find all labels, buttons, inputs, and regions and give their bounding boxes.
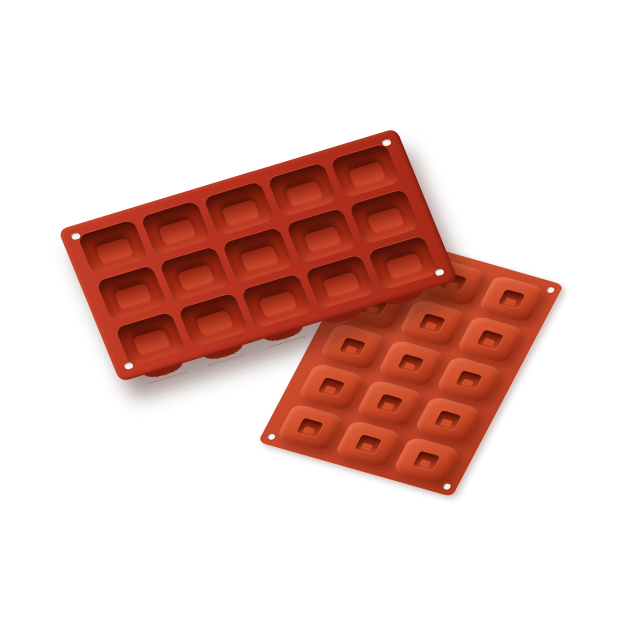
cavity-cell (241, 273, 312, 328)
bump-indent (354, 434, 382, 454)
cavity-center-square (196, 310, 234, 336)
bump-indent (339, 337, 367, 357)
indent-floor (440, 419, 453, 428)
cavity-cell (349, 189, 420, 244)
cavity-cell (77, 219, 148, 274)
corner-hole (546, 286, 556, 294)
indent-floor (382, 402, 395, 411)
cavity-center-square (95, 237, 133, 263)
bump-indent (477, 330, 505, 350)
cavity-center-square (322, 272, 360, 298)
cavity-cell (330, 143, 401, 198)
indent-floor (461, 378, 474, 387)
bump-indent (397, 353, 425, 373)
cavity-center-square (240, 245, 278, 271)
bump-cell (297, 362, 366, 412)
product-photo (0, 0, 640, 640)
indent-floor (483, 338, 496, 347)
cavity-cell (367, 235, 438, 290)
cavity-center-square (158, 218, 196, 244)
bump-indent (498, 289, 526, 309)
cavity-cell (115, 311, 186, 366)
indent-floor (403, 362, 416, 371)
cavity-center-square (133, 329, 171, 355)
bump-indent (296, 418, 324, 438)
indent-floor (324, 386, 337, 395)
bump-cell (334, 419, 403, 469)
indent-floor (419, 459, 432, 468)
indent-floor (424, 321, 437, 330)
bump-cell (376, 339, 445, 389)
bump-cell (276, 403, 345, 453)
cavity-center-square (348, 161, 386, 187)
bump-indent (418, 313, 446, 333)
indent-floor (504, 297, 517, 306)
cavity-center-square (259, 291, 297, 317)
corner-hole (266, 433, 276, 441)
bump-indent (318, 377, 346, 397)
bump-indent (455, 370, 483, 390)
cavity-center-square (285, 180, 323, 206)
cavity-cell (304, 254, 375, 309)
cavity-center-square (177, 264, 215, 290)
indent-floor (360, 443, 373, 452)
bump-cell (435, 355, 504, 405)
cavity-center-square (114, 283, 152, 309)
cavity-cell (285, 208, 356, 263)
bump-cell (477, 274, 546, 324)
cavity-cell (178, 292, 249, 347)
bump-cell (456, 315, 525, 365)
bump-cell (392, 436, 461, 486)
cavity-cell (267, 162, 338, 217)
bump-indent (376, 394, 404, 414)
indent-floor (302, 426, 315, 435)
corner-hole (442, 483, 452, 491)
cavity-cell (140, 200, 211, 255)
cavity-cell (159, 246, 230, 301)
cavity-center-square (385, 253, 423, 279)
cavity-center-square (366, 207, 404, 233)
cavity-center-square (222, 199, 260, 225)
cavity-cell (96, 265, 167, 320)
bump-indent (434, 410, 462, 430)
bump-indent (413, 451, 441, 471)
cavity-cell (204, 181, 275, 236)
cavity-center-square (303, 226, 341, 252)
corner-hole (434, 268, 445, 277)
bump-cell (413, 395, 482, 445)
indent-floor (345, 345, 358, 354)
bump-cell (355, 379, 424, 429)
cavity-cell (222, 227, 293, 282)
